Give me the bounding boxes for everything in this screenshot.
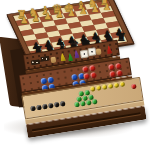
- cone-piece[interactable]: [67, 53, 73, 62]
- peg[interactable]: [74, 102, 80, 108]
- ludo-token[interactable]: [115, 63, 122, 70]
- peg[interactable]: [48, 103, 54, 109]
- ludo-token[interactable]: [109, 71, 116, 78]
- product-photo-scene: ♜♞♝♛♚♝♞♜♟♟♟♟♟♟♟♟♟♟♟♟♟♟♟♟♜♞♝♛♚♝♞♜: [0, 0, 150, 150]
- peg-group[interactable]: [130, 83, 136, 89]
- cone-piece[interactable]: [60, 53, 66, 62]
- peg[interactable]: [54, 102, 60, 108]
- peg[interactable]: [130, 83, 136, 89]
- token-cluster[interactable]: [82, 64, 100, 79]
- peg-group[interactable]: [30, 101, 65, 111]
- cone-piece[interactable]: [106, 45, 112, 54]
- ludo-token[interactable]: [71, 74, 78, 81]
- peg[interactable]: [90, 86, 96, 92]
- peg[interactable]: [120, 81, 126, 87]
- peg[interactable]: [60, 101, 66, 107]
- peg[interactable]: [80, 101, 86, 107]
- domino-piece[interactable]: [40, 55, 50, 61]
- cyl-piece[interactable]: [96, 48, 102, 55]
- peg[interactable]: [102, 84, 108, 90]
- peg[interactable]: [36, 105, 42, 111]
- ludo-token[interactable]: [108, 64, 115, 71]
- peg-group[interactable]: [72, 89, 97, 107]
- peg[interactable]: [42, 104, 48, 110]
- peg[interactable]: [108, 83, 114, 89]
- peg[interactable]: [114, 82, 120, 88]
- peg[interactable]: [96, 85, 102, 91]
- ludo-token[interactable]: [116, 70, 123, 77]
- peg[interactable]: [85, 100, 91, 106]
- peg[interactable]: [91, 99, 97, 105]
- domino-piece[interactable]: [30, 59, 40, 65]
- ludo-token[interactable]: [82, 66, 89, 73]
- ludo-token[interactable]: [40, 78, 47, 85]
- ludo-token[interactable]: [89, 65, 96, 72]
- cone-piece[interactable]: [73, 50, 79, 59]
- ludo-token[interactable]: [90, 72, 97, 79]
- ludo-token[interactable]: [47, 77, 54, 84]
- cyl-piece[interactable]: [51, 56, 57, 63]
- ludo-token[interactable]: [83, 73, 90, 80]
- peg[interactable]: [30, 106, 36, 112]
